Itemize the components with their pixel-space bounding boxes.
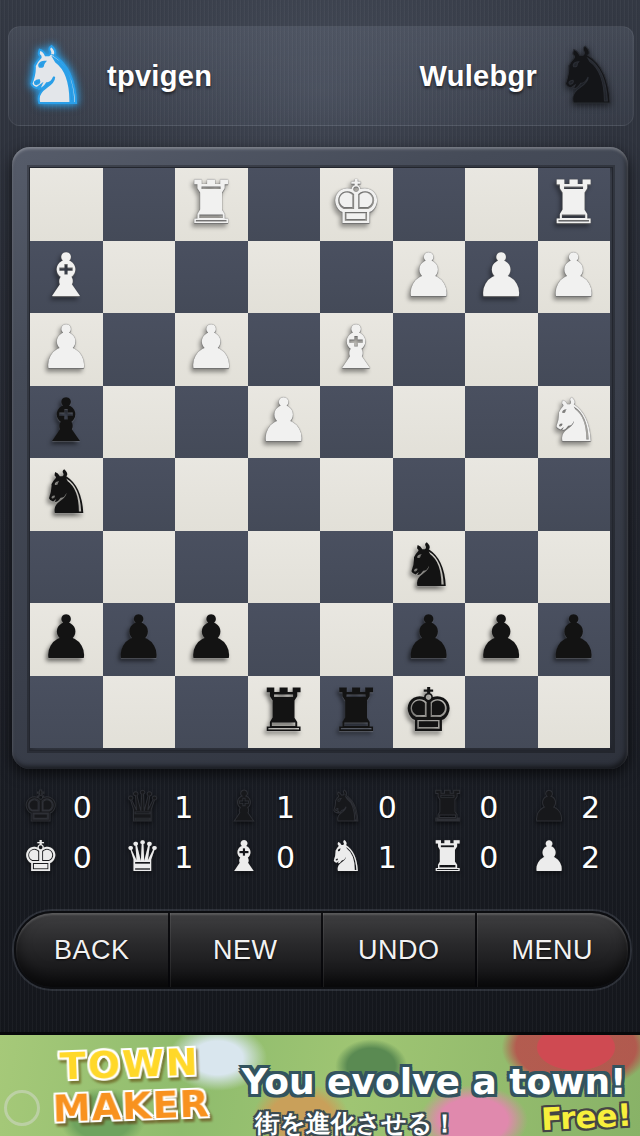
black-rook: ♜ <box>257 680 311 740</box>
white-rook: ♜ <box>547 172 601 232</box>
square-h7[interactable]: ♟ <box>30 603 103 676</box>
square-b6[interactable] <box>465 531 538 604</box>
square-e2[interactable] <box>248 241 321 314</box>
square-g3[interactable] <box>103 313 176 386</box>
square-a8[interactable] <box>538 676 611 749</box>
square-d3[interactable]: ♝ <box>320 313 393 386</box>
square-e8[interactable]: ♜ <box>248 676 321 749</box>
black-pawn: ♟ <box>184 607 238 667</box>
white-pawn: ♟ <box>474 245 528 305</box>
square-a7[interactable]: ♟ <box>538 603 611 676</box>
captured-white-bishop: ♝0 <box>219 832 321 882</box>
captured-white-rook-count: 0 <box>479 840 498 875</box>
square-c4[interactable] <box>393 386 466 459</box>
square-b4[interactable] <box>465 386 538 459</box>
black-pawn: ♟ <box>474 607 528 667</box>
ad-free-badge: Free! <box>540 1097 632 1136</box>
captured-white-queen-count: 1 <box>174 840 193 875</box>
back-button[interactable]: BACK <box>16 913 168 987</box>
square-f6[interactable] <box>175 531 248 604</box>
square-c7[interactable]: ♟ <box>393 603 466 676</box>
black-player-name: Wulebgr <box>420 60 538 93</box>
white-knight-icon: ♞ <box>19 37 89 115</box>
square-g4[interactable] <box>103 386 176 459</box>
square-f3[interactable]: ♟ <box>175 313 248 386</box>
black-knight-icon: ♞ <box>327 786 365 828</box>
square-h3[interactable]: ♟ <box>30 313 103 386</box>
captured-white-pawn-count: 2 <box>581 840 600 875</box>
square-e3[interactable] <box>248 313 321 386</box>
black-knight: ♞ <box>402 535 456 595</box>
white-pawn: ♟ <box>184 317 238 377</box>
ad-banner[interactable]: TOWN MAKER You evolve a town! 街を進化させる！ F… <box>0 1032 640 1136</box>
square-c8[interactable]: ♚ <box>393 676 466 749</box>
ad-subheadline: 街を進化させる！ <box>255 1107 457 1136</box>
captured-black-knight: ♞0 <box>321 782 423 832</box>
square-c1[interactable] <box>393 168 466 241</box>
captured-pieces-tray: ♚0♛1♝1♞0♜0♟2♚0♛1♝0♞1♜0♟2 <box>16 782 626 882</box>
ad-logo-line1: TOWN <box>51 1040 209 1087</box>
black-knight: ♞ <box>39 462 93 522</box>
white-player-name: tpvigen <box>107 60 212 93</box>
captured-black-king: ♚0 <box>16 782 118 832</box>
captured-white-knight: ♞1 <box>321 832 423 882</box>
chess-board-frame: ♜♚♜♝♟♟♟♟♟♝♝♟♞♞♞♟♟♟♟♟♟♜♜♚ <box>12 147 628 769</box>
white-pawn-icon: ♟ <box>530 836 568 878</box>
white-bishop-icon: ♝ <box>225 836 263 878</box>
square-f4[interactable] <box>175 386 248 459</box>
undo-button[interactable]: UNDO <box>321 913 475 987</box>
square-b7[interactable]: ♟ <box>465 603 538 676</box>
square-f1[interactable]: ♜ <box>175 168 248 241</box>
white-queen-icon: ♛ <box>124 836 162 878</box>
captured-black-bishop-count: 1 <box>276 790 295 825</box>
white-knight: ♞ <box>547 390 601 450</box>
white-bishop: ♝ <box>39 245 93 305</box>
captured-black-queen-count: 1 <box>174 790 193 825</box>
player-bar: ♞ tpvigen Wulebgr ♞ <box>8 26 634 126</box>
square-a6[interactable] <box>538 531 611 604</box>
captured-black-rook-count: 0 <box>479 790 498 825</box>
square-e7[interactable] <box>248 603 321 676</box>
white-king-icon: ♚ <box>22 836 60 878</box>
white-pawn: ♟ <box>547 245 601 305</box>
square-c2[interactable]: ♟ <box>393 241 466 314</box>
menu-button[interactable]: MENU <box>475 913 629 987</box>
new-button[interactable]: NEW <box>168 913 322 987</box>
square-h6[interactable] <box>30 531 103 604</box>
black-pawn: ♟ <box>402 607 456 667</box>
square-a5[interactable] <box>538 458 611 531</box>
white-king: ♚ <box>329 172 383 232</box>
captured-black-rook: ♜0 <box>423 782 525 832</box>
captured-white-pawn: ♟2 <box>524 832 626 882</box>
captured-white-knight-count: 1 <box>378 840 397 875</box>
black-queen-icon: ♛ <box>124 786 162 828</box>
black-rook-icon: ♜ <box>429 786 467 828</box>
square-f7[interactable]: ♟ <box>175 603 248 676</box>
square-f2[interactable] <box>175 241 248 314</box>
black-pawn-icon: ♟ <box>530 786 568 828</box>
square-c3[interactable] <box>393 313 466 386</box>
square-b8[interactable] <box>465 676 538 749</box>
captured-black-queen: ♛1 <box>118 782 220 832</box>
white-knight-icon: ♞ <box>327 836 365 878</box>
square-e6[interactable] <box>248 531 321 604</box>
black-rook: ♜ <box>329 680 383 740</box>
square-d7[interactable] <box>320 603 393 676</box>
square-h4[interactable]: ♝ <box>30 386 103 459</box>
square-a4[interactable]: ♞ <box>538 386 611 459</box>
captured-white-king: ♚0 <box>16 832 118 882</box>
square-h5[interactable]: ♞ <box>30 458 103 531</box>
white-pawn: ♟ <box>39 317 93 377</box>
square-d4[interactable] <box>320 386 393 459</box>
square-g7[interactable]: ♟ <box>103 603 176 676</box>
captured-black-pawn: ♟2 <box>524 782 626 832</box>
square-b3[interactable] <box>465 313 538 386</box>
captured-black-knight-count: 0 <box>378 790 397 825</box>
ad-headline: You evolve a town! <box>238 1061 630 1102</box>
white-pawn: ♟ <box>257 390 311 450</box>
ad-watermark-circle <box>4 1090 40 1126</box>
square-g2[interactable] <box>103 241 176 314</box>
white-rook: ♜ <box>184 172 238 232</box>
square-f8[interactable] <box>175 676 248 749</box>
black-knight-icon: ♞ <box>553 37 623 115</box>
captured-black-bishop: ♝1 <box>219 782 321 832</box>
white-bishop: ♝ <box>329 317 383 377</box>
white-rook-icon: ♜ <box>429 836 467 878</box>
black-pawn: ♟ <box>112 607 166 667</box>
white-pawn: ♟ <box>402 245 456 305</box>
square-d1[interactable]: ♚ <box>320 168 393 241</box>
black-pawn: ♟ <box>39 607 93 667</box>
black-bishop: ♝ <box>39 390 93 450</box>
square-a3[interactable] <box>538 313 611 386</box>
square-g5[interactable] <box>103 458 176 531</box>
square-b1[interactable] <box>465 168 538 241</box>
ad-logo: TOWN MAKER <box>51 1040 211 1129</box>
black-pawn: ♟ <box>547 607 601 667</box>
square-d5[interactable] <box>320 458 393 531</box>
square-b2[interactable]: ♟ <box>465 241 538 314</box>
square-c6[interactable]: ♞ <box>393 531 466 604</box>
captured-white-king-count: 0 <box>73 840 92 875</box>
square-e1[interactable] <box>248 168 321 241</box>
square-g6[interactable] <box>103 531 176 604</box>
square-h8[interactable] <box>30 676 103 749</box>
square-g1[interactable] <box>103 168 176 241</box>
square-g8[interactable] <box>103 676 176 749</box>
black-king: ♚ <box>402 680 456 740</box>
square-d8[interactable]: ♜ <box>320 676 393 749</box>
square-h2[interactable]: ♝ <box>30 241 103 314</box>
chess-board: ♜♚♜♝♟♟♟♟♟♝♝♟♞♞♞♟♟♟♟♟♟♜♜♚ <box>29 167 613 751</box>
square-h1[interactable] <box>30 168 103 241</box>
captured-black-king-count: 0 <box>73 790 92 825</box>
ad-logo-line2: MAKER <box>52 1082 210 1129</box>
square-e5[interactable] <box>248 458 321 531</box>
square-c5[interactable] <box>393 458 466 531</box>
square-f5[interactable] <box>175 458 248 531</box>
captured-white-queen: ♛1 <box>118 832 220 882</box>
square-b5[interactable] <box>465 458 538 531</box>
square-a2[interactable]: ♟ <box>538 241 611 314</box>
captured-white-bishop-count: 0 <box>276 840 295 875</box>
black-bishop-icon: ♝ <box>225 786 263 828</box>
square-d2[interactable] <box>320 241 393 314</box>
black-king-icon: ♚ <box>22 786 60 828</box>
action-button-bar: BACK NEW UNDO MENU <box>14 911 630 989</box>
square-e4[interactable]: ♟ <box>248 386 321 459</box>
square-a1[interactable]: ♜ <box>538 168 611 241</box>
square-d6[interactable] <box>320 531 393 604</box>
captured-black-pawn-count: 2 <box>581 790 600 825</box>
captured-white-rook: ♜0 <box>423 832 525 882</box>
